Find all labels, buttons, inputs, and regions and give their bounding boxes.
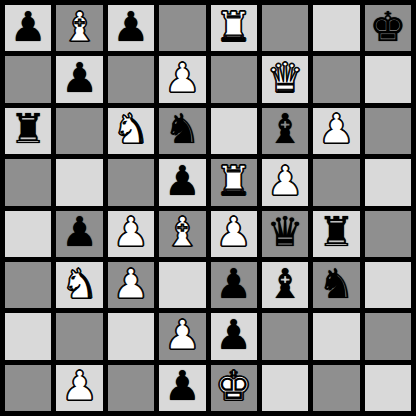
square-e4[interactable]: ♟	[211, 211, 257, 257]
piece-black-pawn: ♟	[164, 161, 201, 202]
piece-white-pawn: ♟	[164, 58, 201, 99]
square-g1[interactable]	[313, 365, 359, 411]
chess-app-window: ♟♝♟♜♚♟♟♛♜♞♞♝♟♟♜♟♟♟♝♟♛♜♞♟♟♝♞♟♟♟♟♚	[0, 0, 416, 416]
piece-white-pawn: ♟	[215, 212, 252, 253]
square-h5[interactable]	[365, 159, 411, 205]
square-d8[interactable]	[159, 5, 205, 51]
square-b8[interactable]: ♝	[56, 5, 102, 51]
square-g3[interactable]: ♞	[313, 262, 359, 308]
square-b2[interactable]	[56, 313, 102, 359]
square-d6[interactable]: ♞	[159, 108, 205, 154]
square-f4[interactable]: ♛	[262, 211, 308, 257]
square-d4[interactable]: ♝	[159, 211, 205, 257]
square-e5[interactable]: ♜	[211, 159, 257, 205]
piece-black-knight: ♞	[318, 264, 355, 305]
piece-black-pawn: ♟	[10, 7, 47, 48]
square-g4[interactable]: ♜	[313, 211, 359, 257]
piece-white-knight: ♞	[113, 109, 150, 150]
piece-black-king: ♚	[369, 7, 406, 48]
square-f3[interactable]: ♝	[262, 262, 308, 308]
square-d5[interactable]: ♟	[159, 159, 205, 205]
square-c2[interactable]	[108, 313, 154, 359]
square-f5[interactable]: ♟	[262, 159, 308, 205]
piece-white-pawn: ♟	[61, 366, 98, 407]
piece-white-pawn: ♟	[113, 212, 150, 253]
piece-black-rook: ♜	[318, 212, 355, 253]
piece-white-pawn: ♟	[318, 109, 355, 150]
piece-white-rook: ♜	[215, 7, 252, 48]
square-g8[interactable]	[313, 5, 359, 51]
square-b4[interactable]: ♟	[56, 211, 102, 257]
piece-white-pawn: ♟	[113, 264, 150, 305]
square-a5[interactable]	[5, 159, 51, 205]
square-b6[interactable]	[56, 108, 102, 154]
square-a6[interactable]: ♜	[5, 108, 51, 154]
chess-board: ♟♝♟♜♚♟♟♛♜♞♞♝♟♟♜♟♟♟♝♟♛♜♞♟♟♝♞♟♟♟♟♚	[0, 0, 416, 416]
square-a4[interactable]	[5, 211, 51, 257]
square-h2[interactable]	[365, 313, 411, 359]
square-b7[interactable]: ♟	[56, 56, 102, 102]
square-g5[interactable]	[313, 159, 359, 205]
square-e3[interactable]: ♟	[211, 262, 257, 308]
square-e8[interactable]: ♜	[211, 5, 257, 51]
square-e1[interactable]: ♚	[211, 365, 257, 411]
piece-black-bishop: ♝	[267, 264, 304, 305]
square-g7[interactable]	[313, 56, 359, 102]
piece-white-pawn: ♟	[267, 161, 304, 202]
square-h4[interactable]	[365, 211, 411, 257]
square-h1[interactable]	[365, 365, 411, 411]
square-b1[interactable]: ♟	[56, 365, 102, 411]
square-f2[interactable]	[262, 313, 308, 359]
piece-black-pawn: ♟	[61, 212, 98, 253]
piece-black-pawn: ♟	[215, 264, 252, 305]
square-h8[interactable]: ♚	[365, 5, 411, 51]
square-d1[interactable]: ♟	[159, 365, 205, 411]
square-f1[interactable]	[262, 365, 308, 411]
square-g2[interactable]	[313, 313, 359, 359]
piece-black-rook: ♜	[10, 109, 47, 150]
square-c4[interactable]: ♟	[108, 211, 154, 257]
piece-white-bishop: ♝	[164, 212, 201, 253]
piece-white-king: ♚	[215, 366, 252, 407]
piece-black-pawn: ♟	[113, 7, 150, 48]
piece-black-pawn: ♟	[164, 366, 201, 407]
square-h3[interactable]	[365, 262, 411, 308]
square-b3[interactable]: ♞	[56, 262, 102, 308]
square-c3[interactable]: ♟	[108, 262, 154, 308]
piece-black-pawn: ♟	[215, 315, 252, 356]
square-h7[interactable]	[365, 56, 411, 102]
square-b5[interactable]	[56, 159, 102, 205]
square-f6[interactable]: ♝	[262, 108, 308, 154]
square-h6[interactable]	[365, 108, 411, 154]
square-c1[interactable]	[108, 365, 154, 411]
square-c5[interactable]	[108, 159, 154, 205]
piece-white-bishop: ♝	[61, 7, 98, 48]
square-a8[interactable]: ♟	[5, 5, 51, 51]
square-a1[interactable]	[5, 365, 51, 411]
piece-white-queen: ♛	[267, 58, 304, 99]
square-a3[interactable]	[5, 262, 51, 308]
square-g6[interactable]: ♟	[313, 108, 359, 154]
piece-black-queen: ♛	[267, 212, 304, 253]
square-c6[interactable]: ♞	[108, 108, 154, 154]
square-d2[interactable]: ♟	[159, 313, 205, 359]
square-f8[interactable]	[262, 5, 308, 51]
piece-white-rook: ♜	[215, 161, 252, 202]
square-e7[interactable]	[211, 56, 257, 102]
piece-black-pawn: ♟	[61, 58, 98, 99]
square-c7[interactable]	[108, 56, 154, 102]
square-d7[interactable]: ♟	[159, 56, 205, 102]
square-e6[interactable]	[211, 108, 257, 154]
piece-white-knight: ♞	[61, 264, 98, 305]
square-a7[interactable]	[5, 56, 51, 102]
piece-black-bishop: ♝	[267, 109, 304, 150]
square-a2[interactable]	[5, 313, 51, 359]
square-f7[interactable]: ♛	[262, 56, 308, 102]
square-e2[interactable]: ♟	[211, 313, 257, 359]
square-c8[interactable]: ♟	[108, 5, 154, 51]
piece-white-pawn: ♟	[164, 315, 201, 356]
square-d3[interactable]	[159, 262, 205, 308]
piece-black-knight: ♞	[164, 109, 201, 150]
